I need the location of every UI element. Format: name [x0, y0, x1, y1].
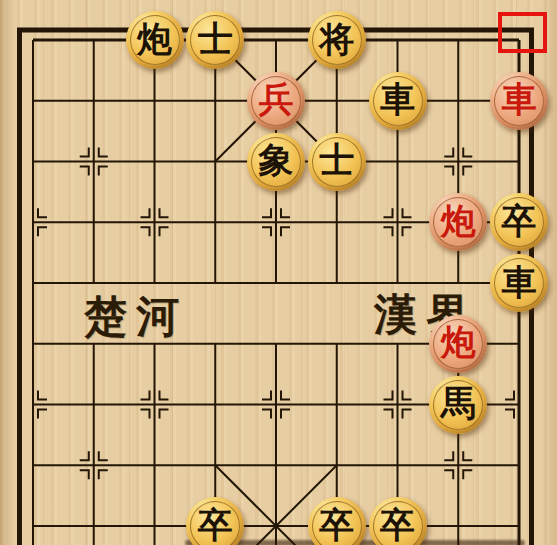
piece-glyph: 車 [380, 82, 415, 117]
piece-face: 車 [373, 76, 423, 126]
piece-glyph: 卒 [198, 508, 233, 543]
highlight-square-marker [498, 12, 547, 53]
piece-black-horse-h7[interactable]: 馬 [429, 376, 487, 434]
piece-face: 馬 [433, 380, 483, 430]
piece-black-cannon-c1[interactable]: 炮 [126, 11, 184, 69]
piece-glyph: 馬 [441, 386, 476, 421]
piece-black-soldier-i4[interactable]: 卒 [490, 193, 548, 251]
piece-glyph: 卒 [380, 508, 415, 543]
piece-glyph: 炮 [137, 22, 172, 57]
piece-face: 卒 [494, 197, 544, 247]
piece-black-soldier-g9[interactable]: 卒 [369, 497, 427, 545]
piece-face: 卒 [190, 501, 240, 545]
piece-red-chariot-i2[interactable]: 車 [490, 72, 548, 130]
piece-glyph: 士 [198, 22, 233, 57]
piece-face: 炮 [433, 319, 483, 369]
piece-black-soldier-f9[interactable]: 卒 [308, 497, 366, 545]
piece-face: 卒 [312, 501, 362, 545]
piece-glyph: 車 [502, 82, 537, 117]
piece-face: 象 [251, 137, 301, 187]
piece-glyph: 卒 [319, 508, 354, 543]
piece-black-chariot-i5[interactable]: 車 [490, 254, 548, 312]
piece-face: 車 [494, 76, 544, 126]
piece-face: 士 [190, 15, 240, 65]
piece-black-advisor-d1[interactable]: 士 [186, 11, 244, 69]
piece-red-cannon-h6[interactable]: 炮 [429, 315, 487, 373]
piece-glyph: 車 [502, 265, 537, 300]
piece-face: 兵 [251, 76, 301, 126]
piece-glyph: 炮 [441, 204, 476, 239]
piece-glyph: 将 [319, 22, 354, 57]
piece-face: 車 [494, 258, 544, 308]
piece-black-chariot-g2[interactable]: 車 [369, 72, 427, 130]
piece-glyph: 兵 [259, 82, 294, 117]
piece-glyph: 卒 [502, 204, 537, 239]
piece-face: 炮 [433, 197, 483, 247]
piece-glyph: 象 [259, 143, 294, 178]
piece-red-soldier-e2[interactable]: 兵 [247, 72, 305, 130]
piece-face: 炮 [130, 15, 180, 65]
xiangqi-board: 楚河 漢界 炮士将兵車車象士炮卒車炮馬卒卒卒 [0, 0, 557, 545]
piece-black-elephant-e3[interactable]: 象 [247, 133, 305, 191]
piece-glyph: 炮 [441, 325, 476, 360]
piece-face: 士 [312, 137, 362, 187]
piece-black-advisor-f3[interactable]: 士 [308, 133, 366, 191]
river-label-chu-he: 楚河 [84, 288, 188, 346]
piece-black-general-f1[interactable]: 将 [308, 11, 366, 69]
piece-glyph: 士 [319, 143, 354, 178]
piece-face: 将 [312, 15, 362, 65]
piece-face: 卒 [373, 501, 423, 545]
